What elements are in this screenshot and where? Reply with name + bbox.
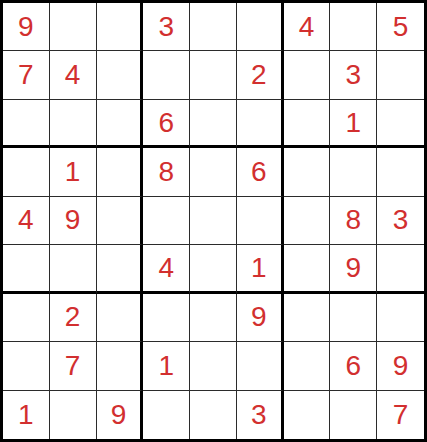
sudoku-cell-r2c3[interactable] (97, 51, 144, 99)
sudoku-cell-r7c8[interactable] (330, 294, 377, 342)
sudoku-cell-r9c3[interactable]: 9 (97, 391, 144, 439)
sudoku-cell-r8c5[interactable] (190, 342, 237, 390)
sudoku-cell-r3c3[interactable] (97, 100, 144, 148)
sudoku-cell-r8c2[interactable]: 7 (50, 342, 97, 390)
sudoku-cell-r7c5[interactable] (190, 294, 237, 342)
sudoku-cell-r8c9[interactable]: 9 (377, 342, 424, 390)
sudoku-cell-r5c3[interactable] (97, 197, 144, 245)
sudoku-cell-r8c1[interactable] (3, 342, 50, 390)
sudoku-cell-r2c8[interactable]: 3 (330, 51, 377, 99)
sudoku-cell-r7c4[interactable] (143, 294, 190, 342)
sudoku-cell-r9c9[interactable]: 7 (377, 391, 424, 439)
sudoku-cell-r9c5[interactable] (190, 391, 237, 439)
sudoku-cell-r3c1[interactable] (3, 100, 50, 148)
sudoku-cell-r4c7[interactable] (284, 148, 331, 196)
sudoku-cell-r4c8[interactable] (330, 148, 377, 196)
sudoku-cell-r9c6[interactable]: 3 (237, 391, 284, 439)
sudoku-cell-r4c1[interactable] (3, 148, 50, 196)
sudoku-cell-r5c1[interactable]: 4 (3, 197, 50, 245)
sudoku-cell-r3c9[interactable] (377, 100, 424, 148)
sudoku-cell-r2c1[interactable]: 7 (3, 51, 50, 99)
sudoku-cell-r2c2[interactable]: 4 (50, 51, 97, 99)
sudoku-cell-r3c7[interactable] (284, 100, 331, 148)
sudoku-cell-r6c4[interactable]: 4 (143, 245, 190, 293)
sudoku-cell-r9c4[interactable] (143, 391, 190, 439)
sudoku-cell-r2c5[interactable] (190, 51, 237, 99)
sudoku-cell-r1c1[interactable]: 9 (3, 3, 50, 51)
sudoku-cell-r7c1[interactable] (3, 294, 50, 342)
sudoku-cell-r7c2[interactable]: 2 (50, 294, 97, 342)
sudoku-cell-r5c7[interactable] (284, 197, 331, 245)
sudoku-cell-r6c3[interactable] (97, 245, 144, 293)
sudoku-cell-r8c7[interactable] (284, 342, 331, 390)
sudoku-cell-r3c6[interactable] (237, 100, 284, 148)
sudoku-cell-r6c8[interactable]: 9 (330, 245, 377, 293)
sudoku-cell-r4c3[interactable] (97, 148, 144, 196)
sudoku-cell-r7c3[interactable] (97, 294, 144, 342)
sudoku-cell-r1c9[interactable]: 5 (377, 3, 424, 51)
sudoku-cell-r3c2[interactable] (50, 100, 97, 148)
sudoku-cell-r5c9[interactable]: 3 (377, 197, 424, 245)
sudoku-cell-r5c5[interactable] (190, 197, 237, 245)
sudoku-cell-r5c6[interactable] (237, 197, 284, 245)
sudoku-cell-r3c5[interactable] (190, 100, 237, 148)
sudoku-cell-r9c2[interactable] (50, 391, 97, 439)
sudoku-cell-r6c9[interactable] (377, 245, 424, 293)
sudoku-cell-r6c6[interactable]: 1 (237, 245, 284, 293)
sudoku-cell-r5c2[interactable]: 9 (50, 197, 97, 245)
sudoku-cell-r3c8[interactable]: 1 (330, 100, 377, 148)
sudoku-cell-r2c7[interactable] (284, 51, 331, 99)
sudoku-cell-r6c2[interactable] (50, 245, 97, 293)
sudoku-cell-r3c4[interactable]: 6 (143, 100, 190, 148)
sudoku-cell-r9c1[interactable]: 1 (3, 391, 50, 439)
sudoku-cell-r8c3[interactable] (97, 342, 144, 390)
sudoku-cell-r1c3[interactable] (97, 3, 144, 51)
sudoku-cell-r6c1[interactable] (3, 245, 50, 293)
sudoku-cell-r8c8[interactable]: 6 (330, 342, 377, 390)
sudoku-cell-r8c4[interactable]: 1 (143, 342, 190, 390)
sudoku-cell-r6c7[interactable] (284, 245, 331, 293)
sudoku-cell-r4c9[interactable] (377, 148, 424, 196)
sudoku-cell-r1c7[interactable]: 4 (284, 3, 331, 51)
sudoku-cell-r1c8[interactable] (330, 3, 377, 51)
sudoku-cell-r4c6[interactable]: 6 (237, 148, 284, 196)
sudoku-cell-r8c6[interactable] (237, 342, 284, 390)
sudoku-cell-r1c5[interactable] (190, 3, 237, 51)
sudoku-cell-r4c2[interactable]: 1 (50, 148, 97, 196)
sudoku-cell-r2c6[interactable]: 2 (237, 51, 284, 99)
sudoku-cell-r5c4[interactable] (143, 197, 190, 245)
sudoku-cell-r6c5[interactable] (190, 245, 237, 293)
sudoku-cell-r2c9[interactable] (377, 51, 424, 99)
sudoku-cell-r9c8[interactable] (330, 391, 377, 439)
sudoku-cell-r4c5[interactable] (190, 148, 237, 196)
sudoku-cell-r7c9[interactable] (377, 294, 424, 342)
sudoku-cell-r5c8[interactable]: 8 (330, 197, 377, 245)
sudoku-cell-r1c4[interactable]: 3 (143, 3, 190, 51)
sudoku-board: 934574236118649834192971691937 (0, 0, 427, 442)
sudoku-cell-r9c7[interactable] (284, 391, 331, 439)
sudoku-cell-r1c6[interactable] (237, 3, 284, 51)
sudoku-cell-r7c7[interactable] (284, 294, 331, 342)
sudoku-cell-r2c4[interactable] (143, 51, 190, 99)
sudoku-cell-r7c6[interactable]: 9 (237, 294, 284, 342)
sudoku-cell-r1c2[interactable] (50, 3, 97, 51)
sudoku-cell-r4c4[interactable]: 8 (143, 148, 190, 196)
